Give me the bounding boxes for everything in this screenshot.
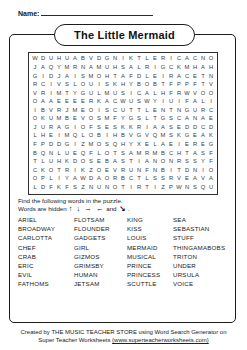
grid-cell: D	[87, 175, 95, 184]
grid-cell: K	[95, 98, 103, 107]
grid-cell: M	[71, 106, 79, 115]
grid-cell: A	[183, 115, 191, 124]
grid-cell: T	[199, 72, 207, 81]
direction-arrow-icon: ↓	[76, 204, 80, 213]
grid-cell: X	[135, 141, 143, 150]
grid-cell: V	[175, 175, 183, 184]
grid-cell: S	[95, 115, 103, 124]
grid-cell: Z	[79, 141, 87, 150]
grid-cell: I	[167, 166, 175, 175]
grid-cell: L	[143, 115, 151, 124]
word-list-item: HUMAN	[74, 270, 127, 279]
grid-cell: O	[79, 124, 87, 133]
name-blank-line[interactable]	[41, 9, 153, 16]
grid-cell: A	[143, 158, 151, 167]
grid-cell: G	[63, 141, 71, 150]
title-box: The Little Mermaid	[54, 24, 195, 46]
footer: Created by THE MUSIC TEACHER STORE using…	[0, 328, 247, 344]
instructions: Find the following words in the puzzle. …	[18, 197, 130, 213]
word-search-grid: WDUHUABVDGNIKTLERICACNOJAQYMRNAMUHSALRIG…	[31, 55, 215, 192]
word-search-grid-box: WDUHUABVDGNIKTLERICACNOJAQYMRNAMUHSALRIG…	[28, 52, 218, 195]
grid-cell: W	[143, 98, 151, 107]
grid-cell: T	[175, 166, 183, 175]
grid-cell: N	[47, 149, 55, 158]
grid-cell: E	[151, 55, 159, 64]
grid-cell: N	[111, 55, 119, 64]
grid-cell: R	[143, 64, 151, 73]
grid-cell: V	[191, 89, 199, 98]
grid-cell: N	[175, 106, 183, 115]
grid-cell: G	[31, 72, 39, 81]
grid-cell: I	[71, 141, 79, 150]
grid-cell: A	[207, 175, 215, 184]
grid-cell: U	[87, 81, 95, 90]
grid-cell: Z	[79, 183, 87, 192]
name-field: Name:	[18, 9, 153, 17]
grid-cell: O	[159, 158, 167, 167]
grid-cell: M	[87, 141, 95, 150]
grid-cell: F	[207, 149, 215, 158]
grid-cell: A	[143, 89, 151, 98]
grid-cell: A	[39, 98, 47, 107]
grid-cell: C	[31, 166, 39, 175]
grid-cell: N	[167, 158, 175, 167]
grid-cell: T	[135, 175, 143, 184]
grid-cell: Q	[47, 64, 55, 73]
grid-cell: J	[31, 124, 39, 133]
word-list-item: JETSAM	[74, 279, 127, 288]
grid-cell: F	[167, 81, 175, 90]
grid-cell: V	[199, 175, 207, 184]
word-list-item: MUSICAL	[127, 252, 173, 261]
grid-cell: Q	[79, 149, 87, 158]
word-list-item: CARLOTTA	[18, 233, 74, 242]
grid-cell: L	[95, 149, 103, 158]
grid-cell: C	[167, 64, 175, 73]
grid-cell: H	[207, 64, 215, 73]
word-list-item: GADGETS	[74, 233, 127, 242]
grid-cell: D	[55, 141, 63, 150]
grid-cell: S	[167, 115, 175, 124]
grid-cell: U	[103, 64, 111, 73]
grid-cell: N	[135, 166, 143, 175]
grid-cell: S	[119, 89, 127, 98]
grid-cell: L	[143, 55, 151, 64]
grid-cell: U	[39, 124, 47, 133]
grid-cell: G	[103, 55, 111, 64]
grid-cell: T	[183, 149, 191, 158]
grid-cell: S	[151, 175, 159, 184]
grid-cell: M	[103, 89, 111, 98]
grid-cell: M	[55, 89, 63, 98]
grid-cell: T	[111, 72, 119, 81]
word-list-item: TRITON	[173, 252, 225, 261]
grid-cell: V	[127, 132, 135, 141]
grid-cell: B	[151, 81, 159, 90]
grid-cell: C	[127, 175, 135, 184]
grid-cell: S	[63, 81, 71, 90]
grid-cell: E	[167, 141, 175, 150]
grid-cell: E	[79, 98, 87, 107]
grid-cell: U	[63, 149, 71, 158]
grid-cell: V	[79, 115, 87, 124]
grid-cell: R	[119, 166, 127, 175]
word-list-item: BROADWAY	[18, 224, 74, 233]
grid-cell: U	[87, 89, 95, 98]
footer-credit-line: Created by THE MUSIC TEACHER STORE using…	[0, 328, 247, 336]
grid-cell: I	[135, 158, 143, 167]
grid-cell: K	[119, 124, 127, 133]
grid-cell: W	[175, 183, 183, 192]
grid-cell: D	[47, 141, 55, 150]
grid-cell: W	[183, 89, 191, 98]
grid-cell: T	[31, 158, 39, 167]
word-list-item: STUFF	[173, 233, 225, 242]
grid-cell: I	[143, 124, 151, 133]
grid-cell: I	[151, 183, 159, 192]
grid-cell: I	[103, 132, 111, 141]
grid-cell: R	[199, 106, 207, 115]
grid-cell: O	[87, 132, 95, 141]
word-list-item: CRAB	[18, 252, 74, 261]
grid-cell: R	[111, 175, 119, 184]
grid-cell: A	[119, 72, 127, 81]
grid-cell: S	[119, 158, 127, 167]
word-list-item: URSULA	[173, 270, 225, 279]
grid-cell: U	[127, 98, 135, 107]
grid-cell: O	[95, 141, 103, 150]
grid-cell: M	[183, 64, 191, 73]
grid-cell: S	[119, 149, 127, 158]
grid-cell: A	[199, 115, 207, 124]
grid-cell: D	[47, 72, 55, 81]
grid-cell: I	[95, 106, 103, 115]
grid-cell: D	[207, 124, 215, 133]
grid-cell: W	[119, 98, 127, 107]
grid-cell: V	[31, 89, 39, 98]
word-list-item: ARIEL	[18, 215, 74, 224]
grid-cell: L	[135, 64, 143, 73]
grid-cell: B	[159, 166, 167, 175]
grid-cell: I	[71, 124, 79, 133]
grid-cell: A	[191, 175, 199, 184]
grid-cell: A	[127, 149, 135, 158]
grid-cell: H	[119, 141, 127, 150]
grid-cell: M	[55, 115, 63, 124]
word-list-item: FLOUNDER	[74, 224, 127, 233]
grid-cell: H	[111, 64, 119, 73]
grid-cell: O	[103, 149, 111, 158]
grid-cell: F	[47, 183, 55, 192]
grid-cell: N	[87, 183, 95, 192]
word-list-item: MERMAID	[127, 243, 173, 252]
grid-cell: J	[55, 72, 63, 81]
grid-cell: P	[39, 175, 47, 184]
grid-cell: I	[127, 89, 135, 98]
grid-cell: O	[207, 55, 215, 64]
grid-cell: R	[87, 98, 95, 107]
grid-cell: T	[135, 55, 143, 64]
grid-cell: F	[31, 141, 39, 150]
grid-cell: I	[119, 55, 127, 64]
grid-cell: O	[207, 89, 215, 98]
grid-cell: S	[79, 72, 87, 81]
grid-cell: B	[39, 106, 47, 115]
grid-cell: I	[175, 98, 183, 107]
grid-cell: R	[71, 64, 79, 73]
word-list: ARIELBROADWAYCARLOTTACHEFCRABERICEVILFAT…	[18, 215, 225, 289]
grid-cell: C	[183, 72, 191, 81]
grid-cell: D	[135, 72, 143, 81]
grid-cell: T	[55, 166, 63, 175]
grid-cell: M	[63, 64, 71, 73]
grid-cell: K	[111, 81, 119, 90]
grid-cell: E	[151, 72, 159, 81]
grid-cell: H	[55, 55, 63, 64]
grid-cell: I	[159, 98, 167, 107]
grid-cell: T	[119, 183, 127, 192]
grid-cell: G	[135, 132, 143, 141]
grid-cell: I	[207, 98, 215, 107]
grid-cell: A	[199, 132, 207, 141]
grid-cell: S	[71, 183, 79, 192]
grid-cell: L	[151, 141, 159, 150]
grid-cell: T	[151, 115, 159, 124]
grid-cell: B	[103, 158, 111, 167]
grid-cell: E	[183, 141, 191, 150]
grid-cell: S	[135, 115, 143, 124]
grid-cell: J	[31, 64, 39, 73]
grid-cell: A	[103, 98, 111, 107]
grid-cell: C	[111, 98, 119, 107]
word-list-item: GIZMOS	[74, 252, 127, 261]
grid-cell: A	[39, 64, 47, 73]
grid-cell: G	[79, 89, 87, 98]
grid-cell: I	[199, 166, 207, 175]
word-list-item: FLOTSAM	[74, 215, 127, 224]
grid-cell: N	[151, 158, 159, 167]
grid-cell: S	[191, 158, 199, 167]
grid-cell: E	[199, 141, 207, 150]
grid-cell: O	[87, 115, 95, 124]
grid-cell: I	[47, 81, 55, 90]
grid-cell: C	[175, 55, 183, 64]
grid-cell: P	[175, 81, 183, 90]
grid-cell: S	[191, 183, 199, 192]
grid-cell: H	[119, 81, 127, 90]
word-list-column: ARIELBROADWAYCARLOTTACHEFCRABERICEVILFAT…	[18, 215, 74, 289]
grid-cell: L	[47, 175, 55, 184]
grid-cell: B	[159, 149, 167, 158]
grid-cell: R	[191, 141, 199, 150]
grid-cell: U	[127, 166, 135, 175]
grid-cell: G	[127, 115, 135, 124]
grid-cell: B	[119, 132, 127, 141]
direction-arrow-icon: ↑	[69, 204, 73, 213]
grid-cell: L	[31, 132, 39, 141]
grid-cell: Q	[39, 149, 47, 158]
grid-cell: H	[39, 132, 47, 141]
grid-cell: M	[159, 132, 167, 141]
grid-cell: T	[199, 81, 207, 90]
grid-cell: E	[71, 115, 79, 124]
grid-cell: C	[191, 55, 199, 64]
grid-cell: I	[55, 175, 63, 184]
grid-cell: O	[79, 81, 87, 90]
grid-cell: V	[47, 106, 55, 115]
grid-cell: D	[183, 166, 191, 175]
instructions-line2-suffix: .	[128, 205, 130, 213]
direction-arrow-icon: →	[84, 204, 92, 213]
word-list-item: LOUIS	[127, 233, 173, 242]
grid-cell: U	[167, 98, 175, 107]
grid-cell: S	[103, 81, 111, 90]
instructions-line1: Find the following words in the puzzle.	[18, 197, 130, 205]
grid-cell: F	[143, 166, 151, 175]
grid-cell: M	[95, 64, 103, 73]
grid-cell: Y	[127, 81, 135, 90]
word-list-item: KING	[127, 215, 173, 224]
grid-cell: I	[55, 132, 63, 141]
word-list-item: CHEF	[18, 243, 74, 252]
grid-cell: F	[183, 98, 191, 107]
grid-cell: B	[95, 132, 103, 141]
grid-cell: U	[191, 106, 199, 115]
grid-cell: R	[39, 89, 47, 98]
grid-cell: E	[71, 149, 79, 158]
grid-cell: T	[167, 106, 175, 115]
grid-cell: S	[183, 158, 191, 167]
grid-cell: M	[151, 149, 159, 158]
grid-cell: U	[95, 183, 103, 192]
grid-cell: D	[71, 158, 79, 167]
grid-cell: A	[159, 124, 167, 133]
grid-cell: L	[55, 149, 63, 158]
word-list-item: PRINCESS	[127, 270, 173, 279]
grid-cell: O	[87, 106, 95, 115]
grid-cell: R	[135, 183, 143, 192]
grid-cell: M	[87, 72, 95, 81]
grid-cell: E	[151, 106, 159, 115]
grid-cell: O	[31, 175, 39, 184]
grid-cell: G	[183, 106, 191, 115]
grid-cell: F	[191, 81, 199, 90]
grid-cell: B	[119, 175, 127, 184]
grid-cell: B	[31, 149, 39, 158]
grid-cell: W	[31, 55, 39, 64]
word-list-item: VOICE	[173, 279, 225, 288]
word-list-item: GIRL	[74, 243, 127, 252]
grid-cell: L	[143, 106, 151, 115]
grid-cell: E	[63, 98, 71, 107]
grid-cell: L	[71, 81, 79, 90]
grid-cell: E	[103, 166, 111, 175]
grid-cell: P	[183, 81, 191, 90]
grid-cell: R	[159, 55, 167, 64]
grid-cell: U	[47, 115, 55, 124]
word-list-column: FLOTSAMFLOUNDERGADGETSGIRLGIZMOSGRIMSBYH…	[74, 215, 127, 289]
grid-cell: Z	[159, 183, 167, 192]
grid-cell: I	[95, 81, 103, 90]
grid-cell: I	[31, 106, 39, 115]
grid-cell: I	[71, 72, 79, 81]
grid-cell: V	[143, 132, 151, 141]
grid-cell: S	[167, 132, 175, 141]
grid-cell: O	[95, 72, 103, 81]
grid-cell: K	[55, 183, 63, 192]
grid-cell: U	[119, 106, 127, 115]
word-list-column: KINGKISSLOUISMERMAIDMUSICALPRINCEPRINCES…	[127, 215, 173, 289]
grid-cell: M	[63, 132, 71, 141]
grid-cell: G	[159, 64, 167, 73]
grid-cell: D	[183, 124, 191, 133]
grid-cell: E	[47, 132, 55, 141]
footer-site-name: Super Teacher Worksheets	[38, 337, 110, 343]
grid-cell: Z	[87, 166, 95, 175]
grid-cell: N	[79, 64, 87, 73]
grid-cell: A	[175, 72, 183, 81]
grid-cell: I	[39, 72, 47, 81]
grid-cell: K	[127, 124, 135, 133]
grid-cell: F	[127, 72, 135, 81]
grid-cell: E	[55, 98, 63, 107]
word-list-item: EVIL	[18, 270, 74, 279]
grid-cell: O	[111, 183, 119, 192]
grid-cell: I	[151, 64, 159, 73]
grid-cell: A	[87, 64, 95, 73]
grid-cell: A	[47, 98, 55, 107]
grid-cell: S	[103, 106, 111, 115]
grid-cell: R	[63, 166, 71, 175]
grid-cell: E	[143, 141, 151, 150]
grid-cell: S	[167, 124, 175, 133]
grid-cell: V	[55, 81, 63, 90]
grid-cell: A	[111, 158, 119, 167]
grid-cell: S	[111, 124, 119, 133]
grid-cell: K	[39, 115, 47, 124]
grid-cell: R	[167, 72, 175, 81]
grid-cell: K	[175, 132, 183, 141]
instructions-line2: Words are hidden ↑↓→← and ↘ .	[18, 205, 130, 213]
grid-cell: Q	[199, 183, 207, 192]
grid-cell: H	[103, 72, 111, 81]
grid-cell: L	[31, 183, 39, 192]
word-list-item: KISS	[127, 224, 173, 233]
grid-cell: N	[159, 106, 167, 115]
grid-cell: O	[95, 166, 103, 175]
grid-cell: A	[55, 124, 63, 133]
grid-cell: K	[79, 166, 87, 175]
grid-cell: E	[207, 115, 215, 124]
grid-cell: F	[111, 115, 119, 124]
word-list-item: UNDER	[173, 261, 225, 270]
grid-cell: S	[119, 64, 127, 73]
word-list-item: SCUTTLE	[127, 279, 173, 288]
grid-cell: C	[135, 89, 143, 98]
grid-cell: L	[143, 175, 151, 184]
grid-cell: T	[135, 106, 143, 115]
grid-cell: C	[199, 124, 207, 133]
footer-site-line: Super Teacher Worksheets (www.superteach…	[0, 336, 247, 344]
grid-cell: R	[135, 124, 143, 133]
grid-cell: C	[39, 81, 47, 90]
grid-cell: F	[207, 158, 215, 167]
grid-cell: I	[127, 183, 135, 192]
grid-cell: Y	[55, 64, 63, 73]
grid-cell: C	[111, 106, 119, 115]
grid-cell: R	[175, 89, 183, 98]
grid-cell: L	[95, 89, 103, 98]
